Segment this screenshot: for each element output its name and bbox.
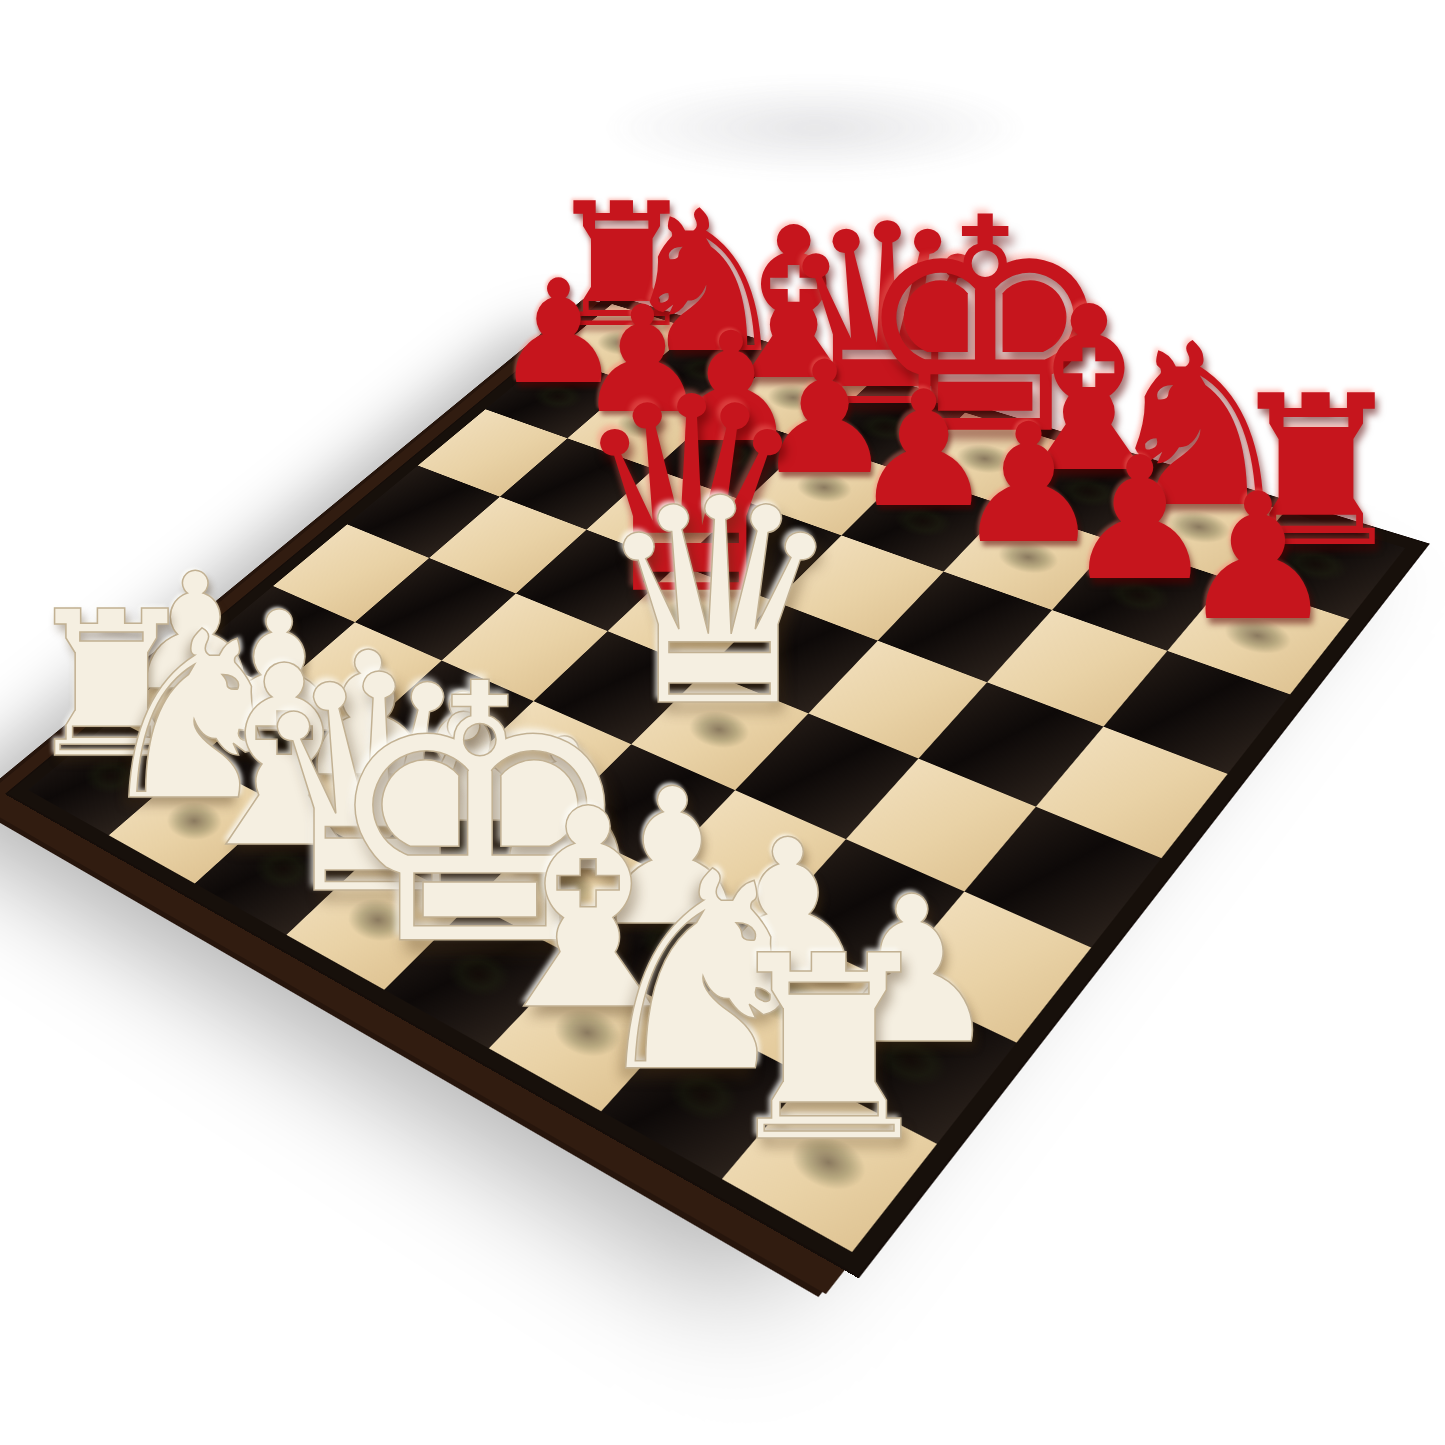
piece-shadow bbox=[229, 715, 327, 780]
piece-shadow bbox=[641, 588, 740, 647]
piece-shadow bbox=[1039, 465, 1139, 519]
piece-shadow bbox=[849, 1016, 974, 1107]
piece-shadow bbox=[324, 882, 432, 959]
piece-shadow bbox=[666, 697, 771, 764]
background-reflection bbox=[600, 78, 1030, 178]
piece-shadow bbox=[423, 934, 536, 1016]
piece-shadow bbox=[1262, 535, 1370, 595]
chess-board bbox=[28, 304, 1405, 1252]
piece-shadow bbox=[144, 787, 244, 856]
piece-shadow bbox=[1086, 565, 1192, 626]
piece-shadow bbox=[515, 374, 601, 420]
piece-shadow bbox=[62, 744, 159, 809]
piece-shadow bbox=[840, 403, 933, 453]
piece-shadow bbox=[777, 462, 872, 515]
piece-shadow bbox=[977, 529, 1079, 587]
piece-shadow bbox=[317, 757, 419, 825]
photo-scene: ♜♞♝♛♚♝♞♜♟♟♟♟♟♟♟♟♛♛♟♟♟♟♟♟♟♟♜♞♝♛♚♝♞♜ bbox=[0, 0, 1445, 1445]
piece-shadow bbox=[529, 990, 646, 1077]
piece-shadow bbox=[728, 957, 848, 1043]
piece-shadow bbox=[614, 902, 729, 983]
piece-shadow bbox=[1202, 604, 1312, 668]
piece-shadow bbox=[642, 1050, 765, 1142]
piece-shadow bbox=[597, 402, 686, 450]
piece-shadow bbox=[764, 1114, 892, 1213]
piece-shadow bbox=[410, 803, 516, 875]
piece-shadow bbox=[748, 374, 838, 421]
piece-shadow bbox=[936, 433, 1033, 485]
piece-shadow bbox=[579, 321, 664, 364]
piece-shadow bbox=[685, 431, 777, 481]
piece-shadow bbox=[1147, 499, 1251, 556]
piece-shadow bbox=[231, 833, 335, 906]
piece-shadow bbox=[147, 675, 242, 736]
piece-shadow bbox=[874, 494, 973, 549]
piece-shadow bbox=[661, 347, 748, 392]
piece-shadow bbox=[509, 851, 619, 927]
